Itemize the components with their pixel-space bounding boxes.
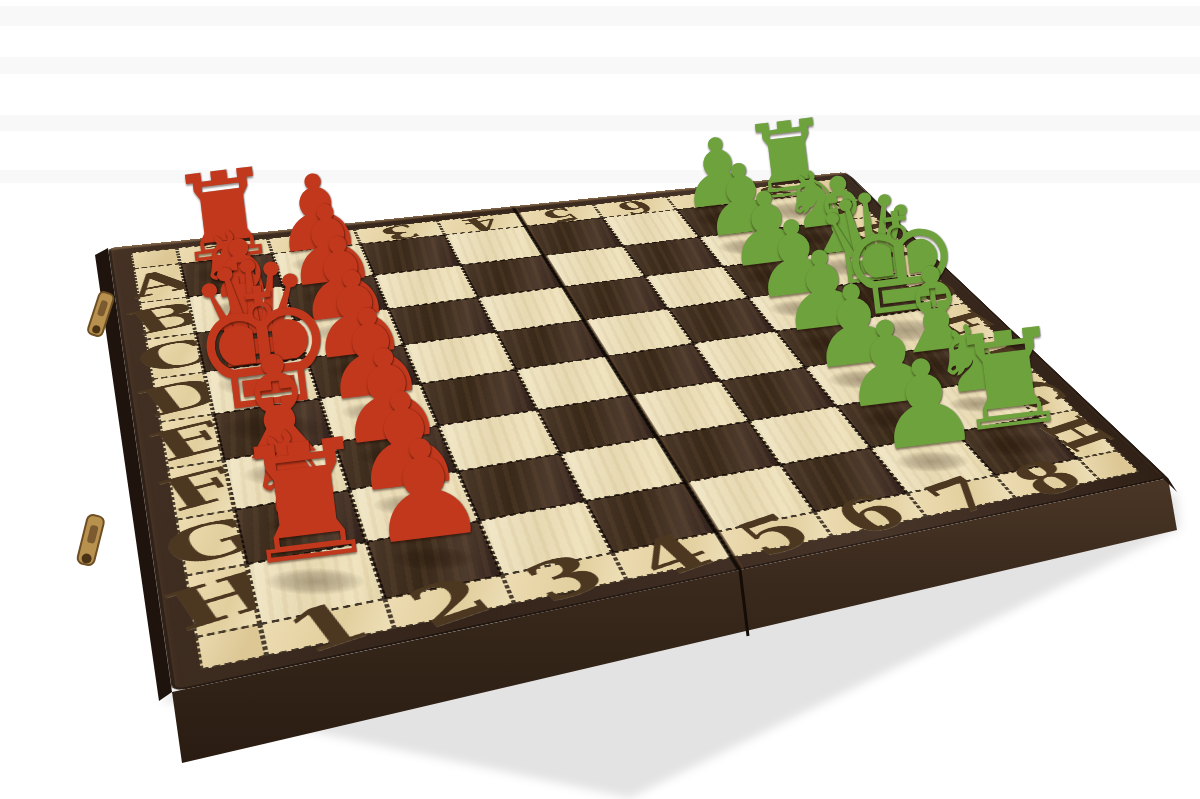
rank-label-near-7: 7 bbox=[907, 475, 1015, 516]
rank-label-near-6: 6 bbox=[814, 493, 926, 536]
coordinate-label: 7 bbox=[913, 470, 1010, 523]
rank-label-near-1: 1 bbox=[260, 599, 395, 656]
rank-label-near-2: 2 bbox=[385, 575, 514, 629]
rank-label-near-3: 3 bbox=[502, 553, 627, 604]
rank-label-near-5: 5 bbox=[716, 512, 832, 558]
latch-clasp-icon bbox=[76, 514, 105, 567]
photo-backdrop: 12345678AABBCCDDEEFFGGHH12345678 ♜♟♞♟♟♝♜… bbox=[0, 0, 1200, 799]
rank-label-near-4: 4 bbox=[612, 532, 732, 580]
coordinate-label: 6 bbox=[821, 487, 920, 543]
